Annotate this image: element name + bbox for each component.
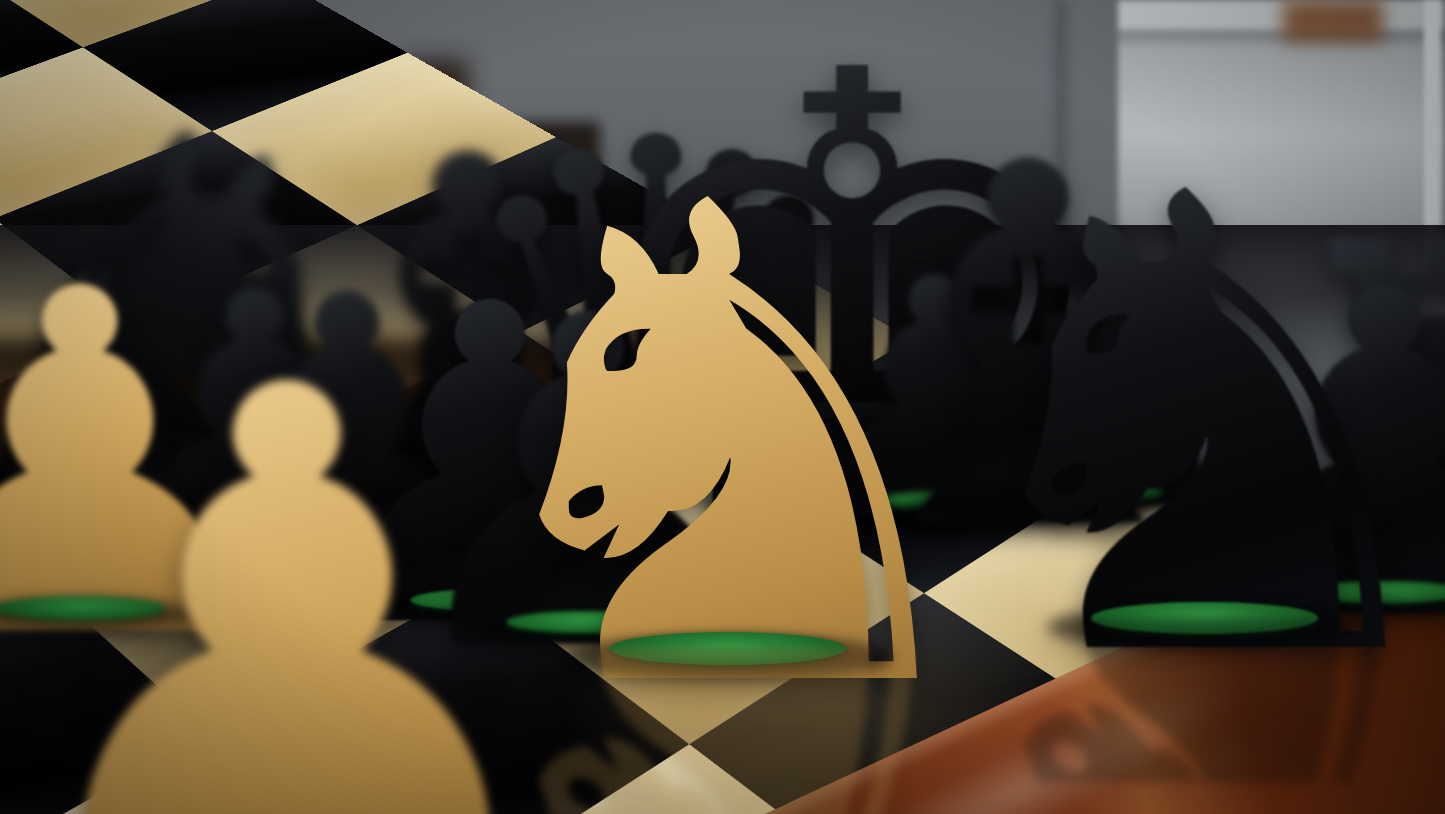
door-top-wood-smudge	[1283, 0, 1383, 42]
white-pawn-c2: ♟	[0, 301, 592, 814]
chess-photo-scene: ♞♟♟♟♝♟♟♛♚♞♞♟♝♟♞♞♟♜♟♟	[0, 0, 1445, 814]
white-pawn-glyph: ♟	[0, 301, 592, 814]
